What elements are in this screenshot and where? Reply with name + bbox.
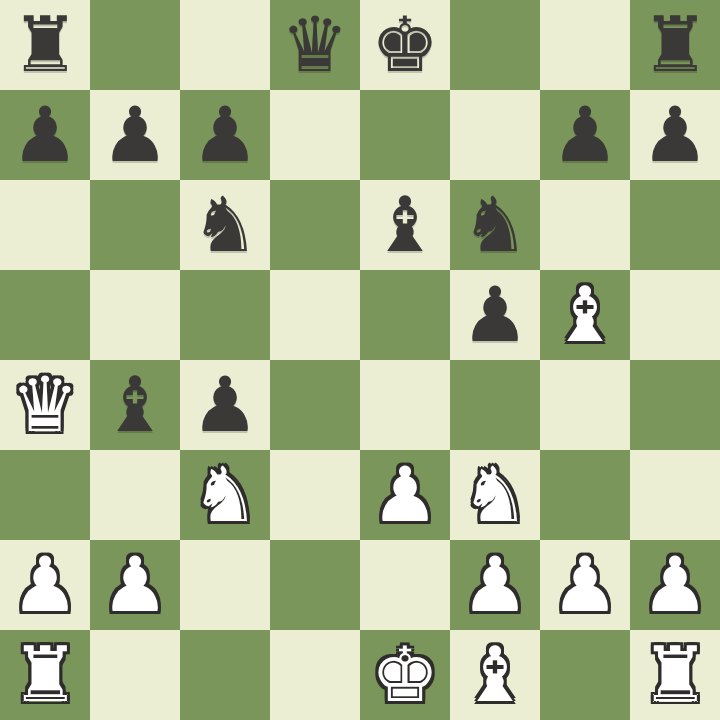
square-c1[interactable] xyxy=(180,630,270,720)
square-g5[interactable]: ♝ xyxy=(540,270,630,360)
white-knight-piece: ♞ xyxy=(450,450,540,540)
square-b6[interactable] xyxy=(90,180,180,270)
black-knight-piece: ♞ xyxy=(450,180,540,270)
black-pawn-piece: ♟ xyxy=(180,90,270,180)
square-c2[interactable] xyxy=(180,540,270,630)
square-g4[interactable] xyxy=(540,360,630,450)
square-b4[interactable]: ♝ xyxy=(90,360,180,450)
square-f3[interactable]: ♞ xyxy=(450,450,540,540)
square-h7[interactable]: ♟ xyxy=(630,90,720,180)
square-d2[interactable] xyxy=(270,540,360,630)
square-c7[interactable]: ♟ xyxy=(180,90,270,180)
square-c4[interactable]: ♟ xyxy=(180,360,270,450)
square-d3[interactable] xyxy=(270,450,360,540)
black-pawn-piece: ♟ xyxy=(540,90,630,180)
white-king-piece: ♚ xyxy=(360,630,450,720)
white-pawn-piece: ♟ xyxy=(90,540,180,630)
square-a3[interactable] xyxy=(0,450,90,540)
square-a8[interactable]: ♜ xyxy=(0,0,90,90)
square-h6[interactable] xyxy=(630,180,720,270)
black-pawn-piece: ♟ xyxy=(0,90,90,180)
square-b2[interactable]: ♟ xyxy=(90,540,180,630)
square-h5[interactable] xyxy=(630,270,720,360)
square-b8[interactable] xyxy=(90,0,180,90)
black-pawn-piece: ♟ xyxy=(180,360,270,450)
square-e7[interactable] xyxy=(360,90,450,180)
square-f6[interactable]: ♞ xyxy=(450,180,540,270)
square-b5[interactable] xyxy=(90,270,180,360)
black-rook-piece: ♜ xyxy=(630,0,720,90)
square-d1[interactable] xyxy=(270,630,360,720)
square-f5[interactable]: ♟ xyxy=(450,270,540,360)
white-pawn-piece: ♟ xyxy=(0,540,90,630)
square-a5[interactable] xyxy=(0,270,90,360)
white-queen-piece: ♛ xyxy=(0,360,90,450)
square-d8[interactable]: ♛ xyxy=(270,0,360,90)
black-bishop-piece: ♝ xyxy=(360,180,450,270)
square-a6[interactable] xyxy=(0,180,90,270)
black-rook-piece: ♜ xyxy=(0,0,90,90)
white-bishop-piece: ♝ xyxy=(450,630,540,720)
black-queen-piece: ♛ xyxy=(270,0,360,90)
square-g2[interactable]: ♟ xyxy=(540,540,630,630)
white-rook-piece: ♜ xyxy=(0,630,90,720)
square-f1[interactable]: ♝ xyxy=(450,630,540,720)
square-g7[interactable]: ♟ xyxy=(540,90,630,180)
square-f2[interactable]: ♟ xyxy=(450,540,540,630)
square-h2[interactable]: ♟ xyxy=(630,540,720,630)
square-a7[interactable]: ♟ xyxy=(0,90,90,180)
square-g6[interactable] xyxy=(540,180,630,270)
white-rook-piece: ♜ xyxy=(630,630,720,720)
square-g8[interactable] xyxy=(540,0,630,90)
square-f8[interactable] xyxy=(450,0,540,90)
square-h8[interactable]: ♜ xyxy=(630,0,720,90)
square-a4[interactable]: ♛ xyxy=(0,360,90,450)
black-king-piece: ♚ xyxy=(360,0,450,90)
square-f7[interactable] xyxy=(450,90,540,180)
square-c3[interactable]: ♞ xyxy=(180,450,270,540)
square-e1[interactable]: ♚ xyxy=(360,630,450,720)
white-knight-piece: ♞ xyxy=(180,450,270,540)
square-b1[interactable] xyxy=(90,630,180,720)
square-g3[interactable] xyxy=(540,450,630,540)
square-d4[interactable] xyxy=(270,360,360,450)
black-pawn-piece: ♟ xyxy=(90,90,180,180)
square-a1[interactable]: ♜ xyxy=(0,630,90,720)
white-bishop-piece: ♝ xyxy=(540,270,630,360)
square-d6[interactable] xyxy=(270,180,360,270)
square-f4[interactable] xyxy=(450,360,540,450)
chess-board: ♜♛♚♜♟♟♟♟♟♞♝♞♟♝♛♝♟♞♟♞♟♟♟♟♟♜♚♝♜ xyxy=(0,0,720,720)
square-e8[interactable]: ♚ xyxy=(360,0,450,90)
white-pawn-piece: ♟ xyxy=(630,540,720,630)
square-h4[interactable] xyxy=(630,360,720,450)
square-b3[interactable] xyxy=(90,450,180,540)
square-a2[interactable]: ♟ xyxy=(0,540,90,630)
square-g1[interactable] xyxy=(540,630,630,720)
square-c8[interactable] xyxy=(180,0,270,90)
white-pawn-piece: ♟ xyxy=(450,540,540,630)
black-knight-piece: ♞ xyxy=(180,180,270,270)
square-h3[interactable] xyxy=(630,450,720,540)
black-pawn-piece: ♟ xyxy=(450,270,540,360)
square-c5[interactable] xyxy=(180,270,270,360)
square-d7[interactable] xyxy=(270,90,360,180)
square-b7[interactable]: ♟ xyxy=(90,90,180,180)
white-pawn-piece: ♟ xyxy=(540,540,630,630)
square-d5[interactable] xyxy=(270,270,360,360)
white-pawn-piece: ♟ xyxy=(360,450,450,540)
square-c6[interactable]: ♞ xyxy=(180,180,270,270)
black-bishop-piece: ♝ xyxy=(90,360,180,450)
square-e6[interactable]: ♝ xyxy=(360,180,450,270)
black-pawn-piece: ♟ xyxy=(630,90,720,180)
square-e2[interactable] xyxy=(360,540,450,630)
square-e3[interactable]: ♟ xyxy=(360,450,450,540)
square-h1[interactable]: ♜ xyxy=(630,630,720,720)
square-e4[interactable] xyxy=(360,360,450,450)
square-e5[interactable] xyxy=(360,270,450,360)
